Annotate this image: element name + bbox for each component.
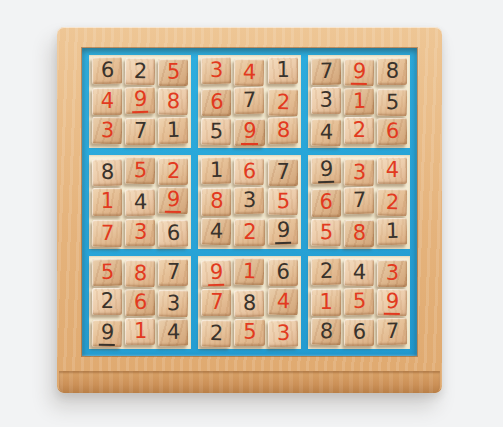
tile-r3c3[interactable]: 1 [158, 117, 189, 145]
tile-digit: 8 [243, 293, 256, 314]
tile-r7c1[interactable]: 5 [92, 258, 123, 286]
tile-digit: 6 [353, 322, 365, 343]
tile-digit: 1 [386, 220, 399, 241]
tile-digit: 7 [101, 222, 114, 243]
box-1: 625498371 [89, 55, 191, 148]
tile-digit: 3 [320, 90, 332, 111]
tile-r9c1[interactable]: 9 [92, 320, 123, 348]
tile-r5c9[interactable]: 2 [377, 189, 408, 217]
tile-digit: 6 [210, 92, 222, 113]
tile-digit: 3 [134, 222, 146, 243]
tile-r8c8[interactable]: 5 [344, 288, 375, 316]
tile-digit: 2 [353, 120, 365, 141]
tile-r5c4[interactable]: 8 [201, 188, 231, 215]
tile-digit: 4 [276, 291, 289, 312]
tile-r7c3[interactable]: 7 [158, 259, 188, 286]
tile-digit: 8 [167, 91, 180, 112]
tile-digit: 4 [319, 122, 332, 143]
tile-digit: 9 [208, 261, 225, 285]
tile-r1c3[interactable]: 5 [158, 59, 188, 86]
tile-r1c9[interactable]: 8 [377, 58, 407, 85]
boxes-grid: 6254983713416725987983154268521497361678… [89, 55, 410, 349]
tile-r3c9[interactable]: 6 [377, 118, 408, 146]
tile-r1c6[interactable]: 1 [268, 57, 298, 84]
tile-r6c7[interactable]: 5 [310, 218, 341, 246]
tile-digit: 7 [386, 321, 399, 342]
tile-digit: 7 [319, 61, 332, 82]
tile-digit: 3 [167, 293, 180, 314]
tile-r8c5[interactable]: 8 [234, 290, 265, 318]
tile-r7c4[interactable]: 9 [201, 259, 232, 287]
tile-digit: 3 [210, 60, 223, 81]
tile-digit: 5 [210, 121, 223, 142]
tile-r1c4[interactable]: 3 [201, 57, 232, 85]
tile-r9c4[interactable]: 2 [201, 320, 232, 348]
tile-digit: 1 [352, 91, 365, 112]
tile-r5c3[interactable]: 9 [158, 187, 189, 215]
tile-r7c2[interactable]: 8 [125, 259, 156, 287]
tile-digit: 5 [167, 62, 179, 83]
tile-r4c7[interactable]: 9 [310, 157, 341, 185]
tile-r9c6[interactable]: 3 [267, 320, 298, 348]
tile-digit: 2 [101, 291, 113, 312]
box-3: 798315426 [308, 55, 410, 148]
tile-r4c5[interactable]: 6 [234, 158, 265, 186]
tile-digit: 1 [167, 120, 180, 141]
tile-digit: 5 [352, 291, 365, 312]
tile-r6c8[interactable]: 8 [344, 220, 374, 247]
tile-r2c1[interactable]: 4 [92, 88, 122, 115]
tile-digit: 4 [210, 220, 223, 241]
tile-digit: 5 [243, 322, 255, 343]
tile-r1c5[interactable]: 4 [234, 59, 265, 87]
tile-r1c1[interactable]: 6 [92, 57, 123, 85]
tile-digit: 8 [319, 321, 332, 342]
tile-digit: 6 [167, 222, 180, 243]
tile-digit: 5 [101, 262, 114, 283]
tile-r2c6[interactable]: 2 [267, 89, 298, 117]
tile-r5c8[interactable]: 7 [344, 187, 375, 215]
tile-digit: 1 [320, 292, 332, 313]
tile-digit: 2 [210, 323, 223, 344]
box-5: 167835429 [198, 155, 300, 248]
tile-digit: 9 [99, 321, 116, 345]
wooden-frame: 6254983713416725987983154268521497361678… [57, 27, 442, 393]
tile-r8c2[interactable]: 6 [125, 289, 156, 317]
tile-r6c9[interactable]: 1 [377, 217, 408, 245]
tile-digit: 5 [276, 191, 289, 212]
tile-r9c5[interactable]: 5 [234, 319, 264, 346]
tile-digit: 8 [101, 162, 114, 183]
tile-digit: 2 [319, 261, 332, 282]
tile-r2c8[interactable]: 1 [344, 88, 375, 116]
tile-digit: 6 [101, 60, 114, 81]
tile-digit: 9 [350, 60, 367, 84]
tile-r4c2[interactable]: 5 [125, 157, 156, 185]
tile-digit: 3 [276, 323, 289, 344]
box-6: 934672581 [308, 155, 410, 248]
tile-r9c2[interactable]: 1 [125, 318, 155, 345]
box-9: 243159867 [308, 256, 410, 349]
tile-digit: 1 [134, 321, 146, 342]
tile-r6c5[interactable]: 2 [234, 219, 264, 246]
tile-r6c3[interactable]: 6 [158, 219, 189, 247]
tile-r7c7[interactable]: 2 [310, 257, 341, 285]
tile-digit: 6 [386, 121, 399, 142]
tile-digit: 8 [353, 223, 365, 244]
tile-digit: 9 [132, 89, 149, 113]
tile-r2c3[interactable]: 8 [158, 88, 189, 116]
tile-r9c3[interactable]: 4 [158, 319, 189, 347]
tile-r8c6[interactable]: 4 [267, 288, 298, 316]
tile-digit: 8 [276, 120, 289, 141]
tile-r4c4[interactable]: 1 [201, 157, 232, 185]
tile-r1c7[interactable]: 7 [310, 58, 341, 86]
tile-r7c5[interactable]: 1 [234, 257, 265, 285]
tile-r2c4[interactable]: 6 [201, 89, 231, 116]
tile-digit: 9 [274, 219, 291, 243]
tile-r8c4[interactable]: 7 [201, 289, 231, 316]
tile-digit: 6 [134, 292, 147, 313]
tile-r7c8[interactable]: 4 [344, 258, 375, 286]
tile-digit: 9 [384, 290, 401, 314]
tile-digit: 3 [243, 190, 256, 211]
tile-digit: 6 [276, 262, 288, 283]
tile-r5c5[interactable]: 3 [234, 187, 265, 215]
tile-digit: 5 [386, 92, 399, 113]
tile-r4c6[interactable]: 7 [268, 159, 298, 186]
tile-digit: 2 [167, 161, 179, 182]
tile-r5c7[interactable]: 6 [311, 189, 341, 216]
tile-digit: 2 [386, 192, 399, 213]
box-7: 587263914 [89, 256, 191, 349]
tile-r8c1[interactable]: 2 [92, 288, 122, 315]
tile-digit: 4 [134, 192, 147, 213]
scene: 6254983713416725987983154268521497361678… [0, 0, 503, 427]
tile-r1c8[interactable]: 9 [344, 59, 375, 87]
tile-r3c4[interactable]: 5 [201, 118, 232, 146]
tile-r5c6[interactable]: 5 [267, 188, 298, 216]
tile-r6c2[interactable]: 3 [125, 219, 155, 246]
tile-r6c1[interactable]: 7 [92, 219, 123, 247]
tile-r1c2[interactable]: 2 [125, 58, 156, 86]
tile-r2c9[interactable]: 5 [377, 89, 408, 117]
tile-r3c7[interactable]: 4 [310, 119, 341, 147]
tile-digit: 7 [243, 90, 256, 111]
tile-digit: 5 [134, 160, 147, 181]
tile-digit: 4 [101, 91, 113, 112]
tile-digit: 1 [210, 160, 223, 181]
tile-digit: 8 [134, 263, 147, 284]
tile-digit: 3 [386, 263, 398, 284]
tile-digit: 5 [319, 221, 332, 242]
box-4: 852149736 [89, 155, 191, 248]
tile-digit: 6 [243, 161, 256, 182]
tile-digit: 8 [386, 61, 398, 82]
tile-digit: 2 [276, 92, 289, 113]
tile-r4c9[interactable]: 4 [377, 157, 407, 184]
tile-r2c5[interactable]: 7 [234, 87, 265, 115]
tile-r8c7[interactable]: 1 [311, 289, 341, 316]
tile-digit: 7 [134, 121, 146, 142]
tile-digit: 9 [165, 189, 182, 213]
box-2: 341672598 [198, 55, 300, 148]
tile-digit: 7 [276, 162, 288, 183]
tile-digit: 3 [352, 162, 365, 183]
tile-digit: 2 [243, 222, 255, 243]
tile-r5c2[interactable]: 4 [125, 189, 156, 217]
tile-r8c3[interactable]: 3 [158, 290, 189, 318]
tile-r3c2[interactable]: 7 [125, 118, 155, 145]
tile-r5c1[interactable]: 1 [92, 188, 122, 215]
tile-digit: 1 [276, 60, 288, 81]
tile-r8c9[interactable]: 9 [377, 289, 408, 317]
tile-digit: 2 [134, 61, 147, 82]
tile-digit: 4 [386, 160, 398, 181]
tile-r6c4[interactable]: 4 [201, 217, 232, 245]
box-8: 916784253 [198, 256, 300, 349]
tile-r3c5[interactable]: 9 [234, 119, 264, 146]
tile-digit: 8 [210, 191, 222, 212]
sudoku-board: 6254983713416725987983154268521497361678… [82, 48, 417, 356]
tile-r6c6[interactable]: 9 [267, 217, 298, 245]
tile-digit: 4 [243, 62, 256, 83]
tile-digit: 7 [210, 292, 222, 313]
tile-r3c8[interactable]: 2 [344, 117, 374, 144]
tile-digit: 9 [317, 159, 334, 183]
tile-r3c1[interactable]: 3 [92, 117, 123, 145]
tile-r7c9[interactable]: 3 [377, 260, 407, 287]
tile-digit: 1 [243, 261, 256, 282]
tile-r4c1[interactable]: 8 [92, 159, 123, 187]
tile-r4c3[interactable]: 2 [158, 158, 188, 185]
tile-r3c6[interactable]: 8 [267, 117, 298, 145]
tile-digit: 6 [320, 192, 332, 213]
tile-r2c7[interactable]: 3 [311, 87, 341, 114]
tile-digit: 4 [352, 262, 365, 283]
tile-r7c6[interactable]: 6 [268, 259, 298, 286]
tile-r2c2[interactable]: 9 [125, 87, 156, 115]
tile-digit: 9 [241, 121, 257, 145]
tile-r4c8[interactable]: 3 [344, 159, 375, 187]
tile-digit: 1 [101, 191, 113, 212]
tile-r9c8[interactable]: 6 [344, 319, 374, 346]
tile-r9c9[interactable]: 7 [377, 318, 408, 346]
tile-r9c7[interactable]: 8 [310, 318, 341, 346]
tile-digit: 4 [167, 322, 180, 343]
tile-digit: 3 [101, 120, 114, 141]
tile-digit: 7 [167, 262, 179, 283]
tile-digit: 7 [352, 190, 365, 211]
